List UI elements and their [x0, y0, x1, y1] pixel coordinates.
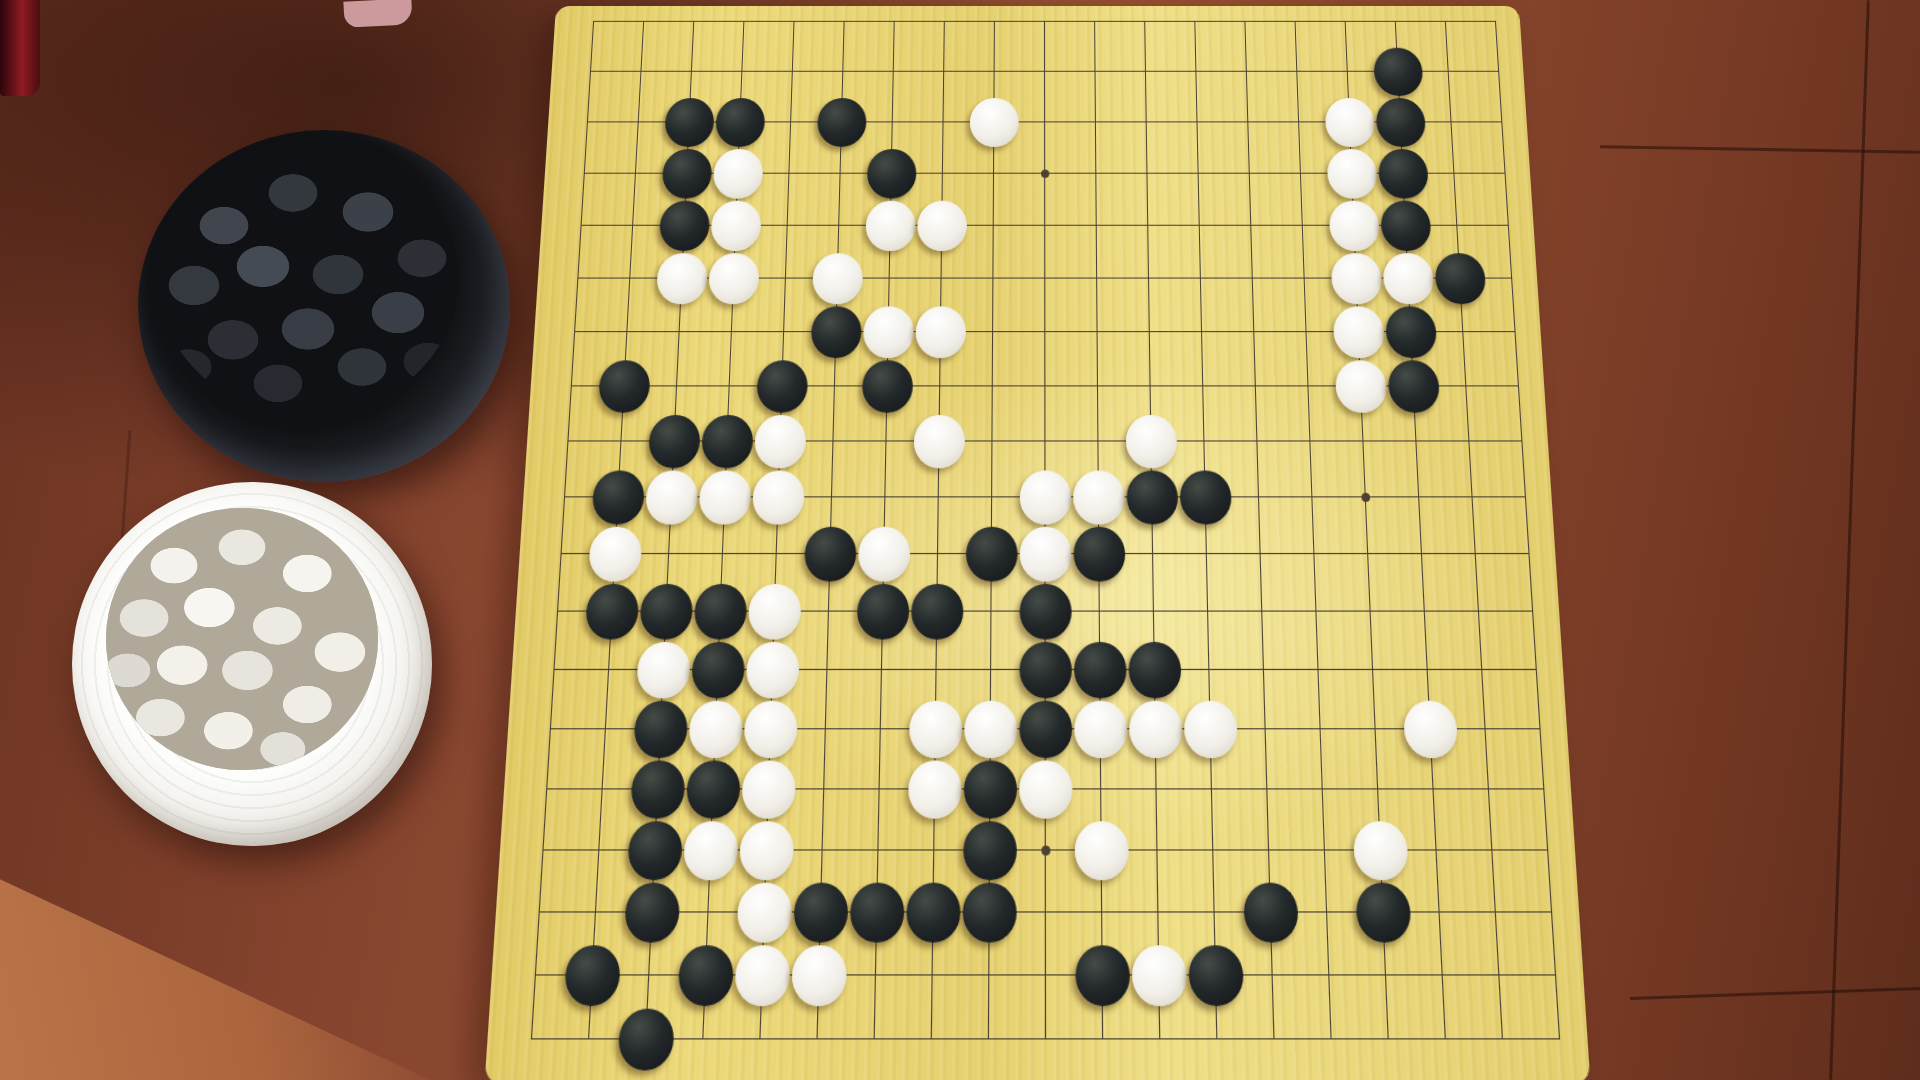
white-bowl-opening	[106, 508, 378, 770]
black-stone	[1128, 642, 1181, 698]
table-seam	[1630, 987, 1920, 1000]
table-seam	[1829, 0, 1870, 1079]
white-stone	[1126, 415, 1178, 468]
black-stone	[1019, 642, 1072, 698]
white-stone	[915, 306, 966, 358]
white-stone	[914, 415, 966, 468]
black-stones-in-bowl	[158, 144, 458, 416]
black-stone	[966, 527, 1018, 582]
star-point	[1041, 170, 1049, 178]
black-stone	[963, 821, 1017, 880]
black-stone-bowl	[138, 130, 510, 482]
white-stone	[909, 701, 963, 758]
black-stone	[1019, 701, 1072, 758]
black-stone	[1074, 642, 1127, 698]
black-stone	[962, 883, 1016, 943]
white-stone	[1073, 470, 1125, 524]
white-stone	[1129, 701, 1183, 758]
black-stone	[1126, 470, 1178, 524]
table-seam	[1600, 145, 1920, 154]
white-stone	[964, 701, 1017, 758]
white-stones-in-bowl	[106, 508, 378, 770]
black-stone	[1180, 470, 1232, 524]
pink-object-top-edge	[343, 0, 412, 28]
go-board[interactable]	[485, 6, 1591, 1080]
black-bowl-opening	[158, 144, 458, 416]
black-stone	[964, 761, 1018, 819]
black-stone	[1188, 945, 1244, 1006]
black-stone	[617, 1009, 675, 1071]
white-stone	[1132, 945, 1187, 1006]
table-light-plank	[0, 852, 430, 1080]
white-stone	[917, 201, 967, 251]
star-point	[1041, 846, 1050, 856]
black-stone	[1073, 527, 1125, 582]
white-stone	[1019, 761, 1072, 819]
black-stone	[911, 584, 964, 640]
white-stone	[1020, 527, 1072, 582]
white-stone-bowl	[72, 482, 432, 846]
star-point	[1361, 493, 1370, 502]
white-stone	[970, 98, 1019, 147]
white-stone	[1184, 701, 1238, 758]
white-stone	[1075, 821, 1129, 880]
white-stone	[1020, 470, 1071, 524]
white-stone	[1074, 701, 1127, 758]
black-stone	[1020, 584, 1072, 640]
red-object-top-left	[0, 0, 40, 96]
black-stone	[1075, 945, 1130, 1006]
